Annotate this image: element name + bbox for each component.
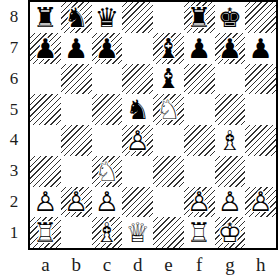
- square-e5: ♞♘: [153, 94, 184, 125]
- file-label-c: c: [92, 250, 123, 280]
- black-queen: ♛♛: [92, 2, 123, 33]
- file-label-f: f: [184, 250, 215, 280]
- square-b2: ♟♙: [61, 187, 92, 218]
- white-pawn: ♟♙: [245, 187, 276, 218]
- square-g8: ♚♚: [215, 2, 246, 33]
- black-pawn-glyph: ♟: [215, 33, 246, 64]
- black-pawn: ♟♟: [61, 33, 92, 64]
- square-e7: ♝♝: [153, 33, 184, 64]
- square-d1: ♛♕: [122, 217, 153, 248]
- square-e2: [153, 187, 184, 218]
- white-rook-glyph: ♖: [30, 217, 61, 248]
- square-c6: [92, 64, 123, 95]
- file-label-g: g: [215, 250, 246, 280]
- white-rook: ♜♖: [184, 217, 215, 248]
- square-f4: [184, 125, 215, 156]
- square-b4: [61, 125, 92, 156]
- black-rook: ♜♜: [184, 2, 215, 33]
- square-f8: ♜♜: [184, 2, 215, 33]
- black-pawn-glyph: ♟: [245, 33, 276, 64]
- white-rook-glyph: ♖: [184, 217, 215, 248]
- square-a7: ♟♟: [30, 33, 61, 64]
- square-g1: ♚♔: [215, 217, 246, 248]
- black-knight: ♞♞: [122, 94, 153, 125]
- rank-label-2: 2: [0, 187, 28, 218]
- white-pawn: ♟♙: [184, 187, 215, 218]
- square-f5: [184, 94, 215, 125]
- square-d2: [122, 187, 153, 218]
- white-pawn-glyph: ♙: [30, 187, 61, 218]
- square-f6: [184, 64, 215, 95]
- white-rook: ♜♖: [30, 217, 61, 248]
- square-b7: ♟♟: [61, 33, 92, 64]
- square-e4: [153, 125, 184, 156]
- square-b3: [61, 156, 92, 187]
- white-king-glyph: ♔: [215, 217, 246, 248]
- square-a3: [30, 156, 61, 187]
- black-king-glyph: ♚: [215, 2, 246, 33]
- file-label-h: h: [245, 250, 276, 280]
- rank-label-8: 8: [0, 2, 28, 33]
- square-c5: [92, 94, 123, 125]
- square-b6: [61, 64, 92, 95]
- white-pawn-glyph: ♙: [215, 187, 246, 218]
- white-pawn-glyph: ♙: [245, 187, 276, 218]
- square-h2: ♟♙: [245, 187, 276, 218]
- black-pawn-glyph: ♟: [184, 33, 215, 64]
- white-queen-glyph: ♕: [122, 217, 153, 248]
- white-pawn: ♟♙: [215, 187, 246, 218]
- square-f1: ♜♖: [184, 217, 215, 248]
- white-bishop: ♝♗: [215, 125, 246, 156]
- white-knight: ♞♘: [153, 94, 184, 125]
- square-h1: [245, 217, 276, 248]
- white-pawn: ♟♙: [30, 187, 61, 218]
- white-pawn-glyph: ♙: [122, 125, 153, 156]
- black-bishop-glyph: ♝: [153, 64, 184, 95]
- black-rook-glyph: ♜: [30, 2, 61, 33]
- rank-label-6: 6: [0, 64, 28, 95]
- square-c2: ♟♙: [92, 187, 123, 218]
- white-pawn-glyph: ♙: [92, 187, 123, 218]
- rank-label-1: 1: [0, 217, 28, 248]
- white-queen: ♛♕: [122, 217, 153, 248]
- black-knight: ♞♞: [61, 2, 92, 33]
- square-a2: ♟♙: [30, 187, 61, 218]
- white-bishop-glyph: ♗: [92, 217, 123, 248]
- white-pawn: ♟♙: [92, 187, 123, 218]
- square-g6: [215, 64, 246, 95]
- square-c8: ♛♛: [92, 2, 123, 33]
- rank-label-4: 4: [0, 125, 28, 156]
- file-label-a: a: [30, 250, 61, 280]
- square-e6: ♝♝: [153, 64, 184, 95]
- square-h5: [245, 94, 276, 125]
- square-h8: [245, 2, 276, 33]
- black-rook: ♜♜: [30, 2, 61, 33]
- square-g2: ♟♙: [215, 187, 246, 218]
- square-h6: [245, 64, 276, 95]
- square-c7: ♟♟: [92, 33, 123, 64]
- rank-label-3: 3: [0, 156, 28, 187]
- white-knight-glyph: ♘: [92, 156, 123, 187]
- file-label-b: b: [61, 250, 92, 280]
- white-pawn-glyph: ♙: [184, 187, 215, 218]
- square-f7: ♟♟: [184, 33, 215, 64]
- black-bishop: ♝♝: [153, 64, 184, 95]
- rank-label-7: 7: [0, 33, 28, 64]
- square-d3: [122, 156, 153, 187]
- square-e8: [153, 2, 184, 33]
- black-bishop: ♝♝: [153, 33, 184, 64]
- black-pawn: ♟♟: [245, 33, 276, 64]
- black-pawn-glyph: ♟: [30, 33, 61, 64]
- square-a5: [30, 94, 61, 125]
- square-f3: [184, 156, 215, 187]
- white-pawn-glyph: ♙: [61, 187, 92, 218]
- rank-label-5: 5: [0, 94, 28, 125]
- black-bishop-glyph: ♝: [153, 33, 184, 64]
- black-rook-glyph: ♜: [184, 2, 215, 33]
- black-knight-glyph: ♞: [61, 2, 92, 33]
- black-pawn: ♟♟: [215, 33, 246, 64]
- square-d6: [122, 64, 153, 95]
- square-b1: [61, 217, 92, 248]
- square-c4: [92, 125, 123, 156]
- chess-diagram: 87654321 ♜♜♞♞♛♛♜♜♚♚♟♟♟♟♟♟♝♝♟♟♟♟♟♟♝♝♞♞♞♘♟…: [0, 0, 278, 280]
- square-e3: [153, 156, 184, 187]
- black-pawn: ♟♟: [184, 33, 215, 64]
- square-e1: [153, 217, 184, 248]
- corner-spacer: [0, 250, 28, 280]
- square-b5: [61, 94, 92, 125]
- square-b8: ♞♞: [61, 2, 92, 33]
- square-g3: [215, 156, 246, 187]
- white-king: ♚♔: [215, 217, 246, 248]
- file-labels: abcdefgh: [28, 250, 278, 280]
- square-d7: [122, 33, 153, 64]
- square-a6: [30, 64, 61, 95]
- file-label-e: e: [153, 250, 184, 280]
- file-label-d: d: [122, 250, 153, 280]
- square-c1: ♝♗: [92, 217, 123, 248]
- square-a4: [30, 125, 61, 156]
- square-g4: ♝♗: [215, 125, 246, 156]
- square-h7: ♟♟: [245, 33, 276, 64]
- square-c3: ♞♘: [92, 156, 123, 187]
- square-g5: [215, 94, 246, 125]
- square-d4: ♟♙: [122, 125, 153, 156]
- black-pawn: ♟♟: [30, 33, 61, 64]
- board: ♜♜♞♞♛♛♜♜♚♚♟♟♟♟♟♟♝♝♟♟♟♟♟♟♝♝♞♞♞♘♟♙♝♗♞♘♟♙♟♙…: [28, 0, 278, 250]
- black-pawn: ♟♟: [92, 33, 123, 64]
- black-knight-glyph: ♞: [122, 94, 153, 125]
- square-h3: [245, 156, 276, 187]
- square-f2: ♟♙: [184, 187, 215, 218]
- black-queen-glyph: ♛: [92, 2, 123, 33]
- white-bishop-glyph: ♗: [215, 125, 246, 156]
- square-d5: ♞♞: [122, 94, 153, 125]
- white-knight: ♞♘: [92, 156, 123, 187]
- square-h4: [245, 125, 276, 156]
- square-d8: [122, 2, 153, 33]
- square-a8: ♜♜: [30, 2, 61, 33]
- square-g7: ♟♟: [215, 33, 246, 64]
- white-pawn: ♟♙: [122, 125, 153, 156]
- black-pawn-glyph: ♟: [61, 33, 92, 64]
- black-pawn-glyph: ♟: [92, 33, 123, 64]
- black-king: ♚♚: [215, 2, 246, 33]
- white-pawn: ♟♙: [61, 187, 92, 218]
- square-a1: ♜♖: [30, 217, 61, 248]
- white-bishop: ♝♗: [92, 217, 123, 248]
- rank-labels: 87654321: [0, 0, 28, 250]
- white-knight-glyph: ♘: [153, 94, 184, 125]
